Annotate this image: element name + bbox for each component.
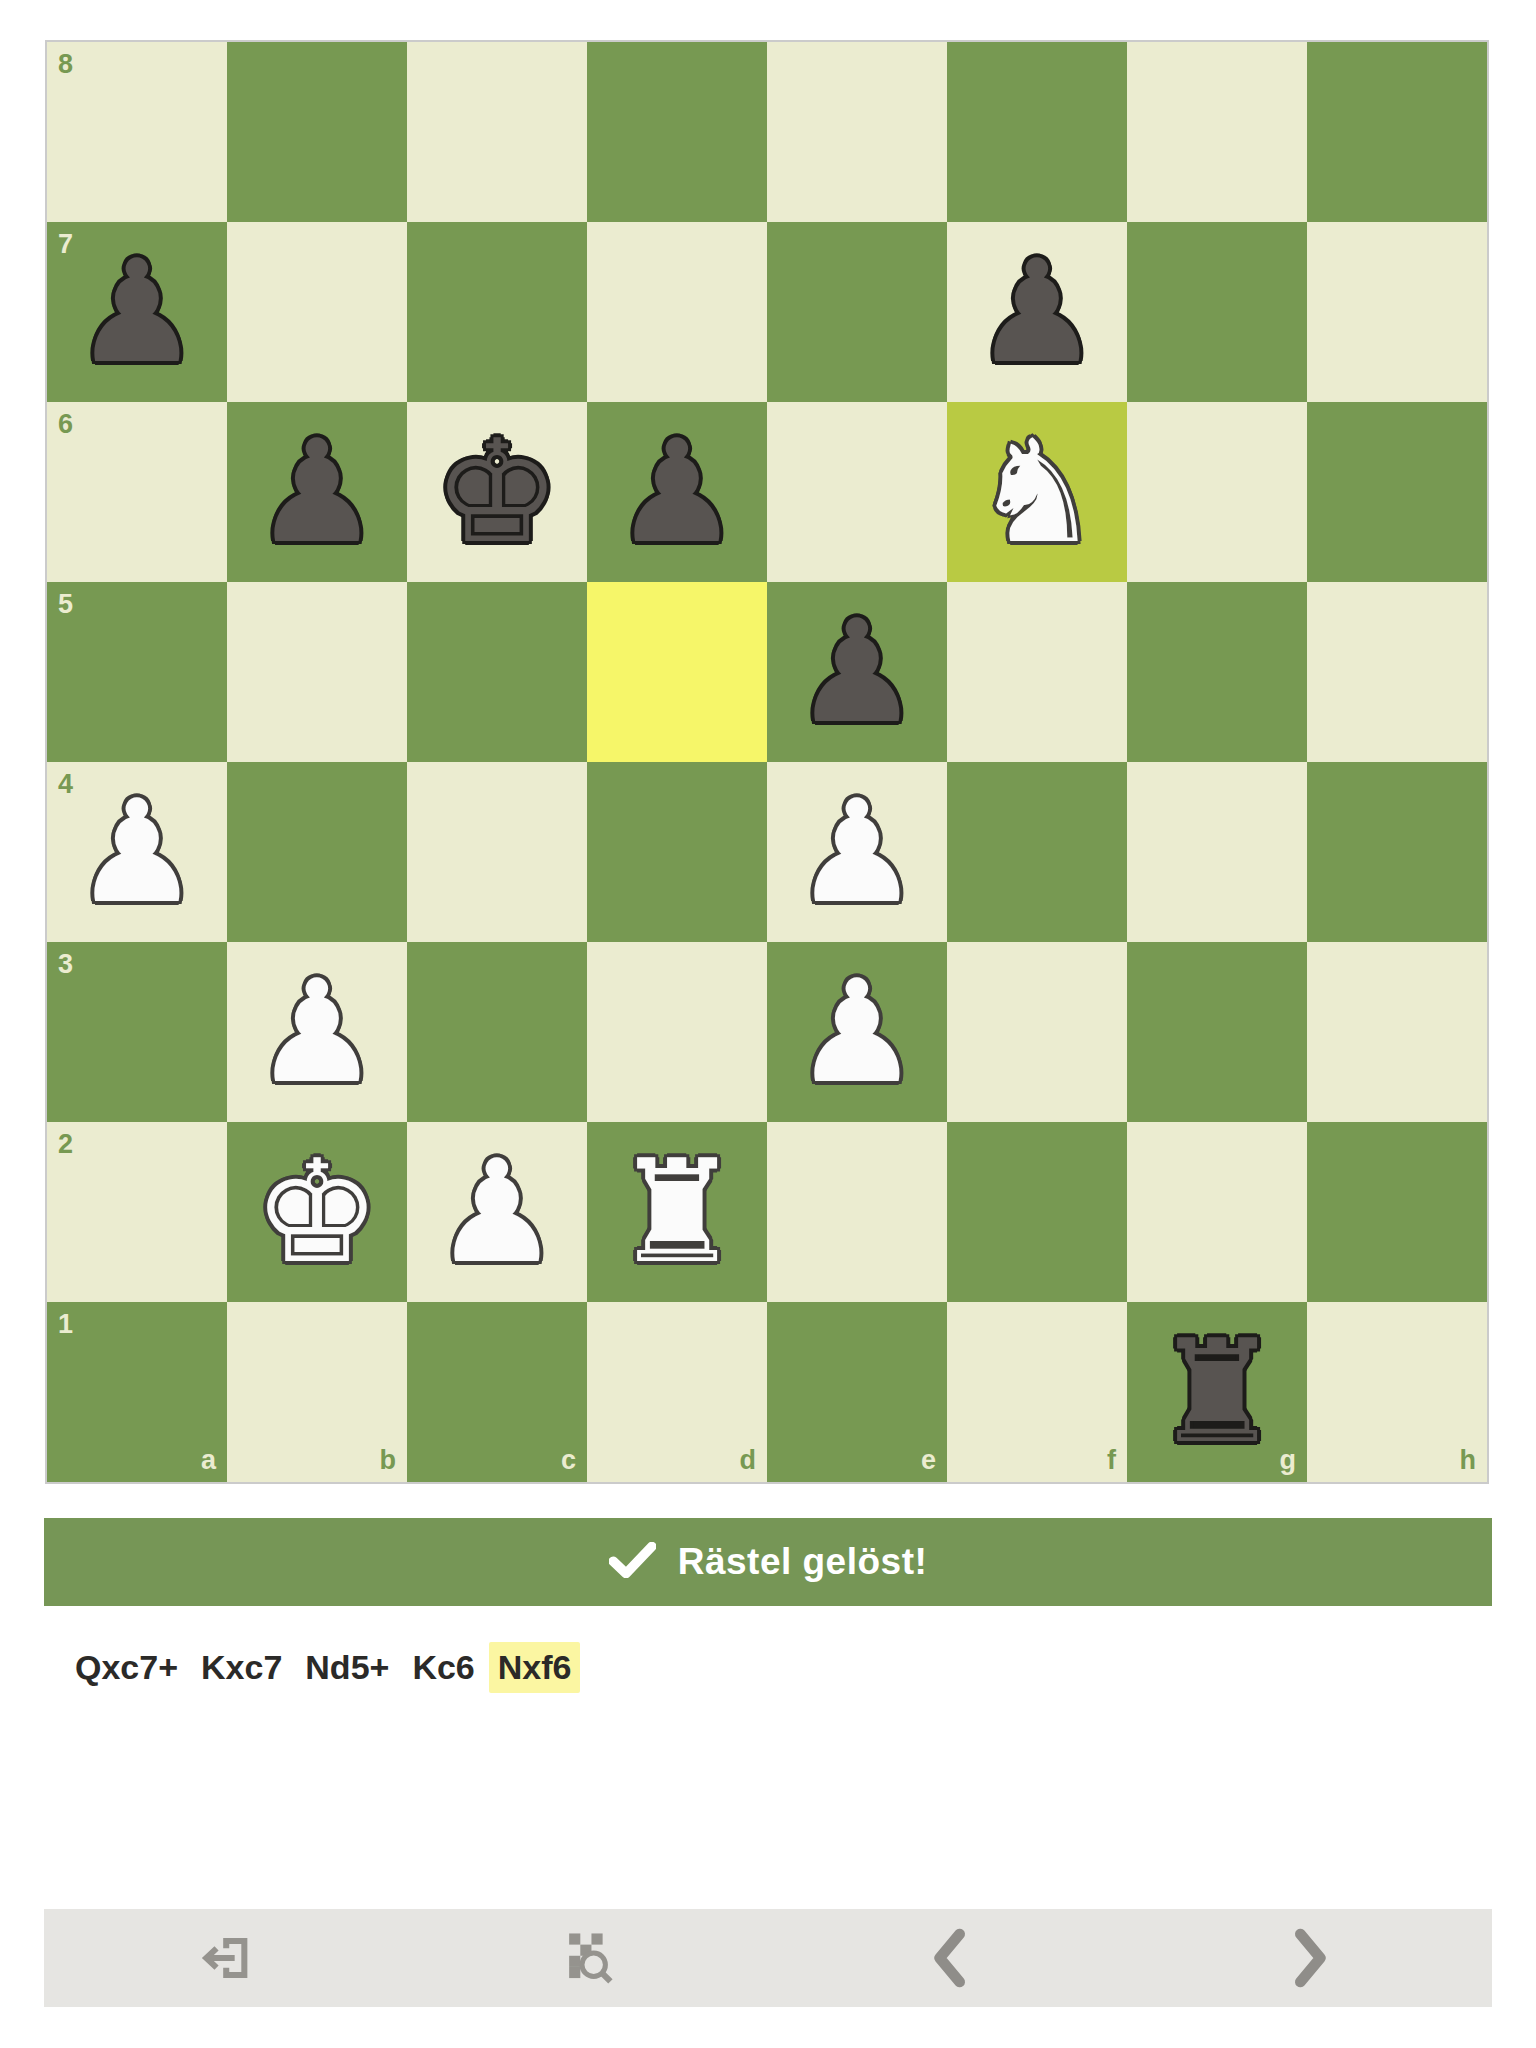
square-g2[interactable] — [1127, 1122, 1307, 1302]
square-a4[interactable]: 4♟ — [47, 762, 227, 942]
chess-board: 87♟♟6♟♚♟♞5♟4♟♟3♟♟2♚♟♜1abcdefg♜h — [45, 40, 1489, 1484]
square-h5[interactable] — [1307, 582, 1487, 762]
file-label-f: f — [1107, 1447, 1116, 1474]
square-a6[interactable]: 6 — [47, 402, 227, 582]
square-a2[interactable]: 2 — [47, 1122, 227, 1302]
square-g1[interactable]: g♜ — [1127, 1302, 1307, 1482]
move-Qxc7[interactable]: Qxc7+ — [66, 1642, 187, 1693]
square-a8[interactable]: 8 — [47, 42, 227, 222]
square-b5[interactable] — [227, 582, 407, 762]
file-label-h: h — [1460, 1447, 1477, 1474]
square-e4[interactable]: ♟ — [767, 762, 947, 942]
move-list: Qxc7+Kxc7Nd5+Kc6Nxf6 — [66, 1642, 580, 1693]
square-c7[interactable] — [407, 222, 587, 402]
next-move-button[interactable] — [1130, 1909, 1492, 2007]
square-b8[interactable] — [227, 42, 407, 222]
exit-button[interactable] — [44, 1909, 406, 2007]
file-label-a: a — [201, 1447, 216, 1474]
piece-white-king-b2[interactable]: ♚ — [227, 1122, 407, 1302]
square-d3[interactable] — [587, 942, 767, 1122]
square-b1[interactable]: b — [227, 1302, 407, 1482]
square-b7[interactable] — [227, 222, 407, 402]
square-h2[interactable] — [1307, 1122, 1487, 1302]
file-label-e: e — [921, 1447, 936, 1474]
square-a7[interactable]: 7♟ — [47, 222, 227, 402]
move-Nxf6[interactable]: Nxf6 — [489, 1642, 581, 1693]
square-h7[interactable] — [1307, 222, 1487, 402]
piece-black-pawn-f7[interactable]: ♟ — [947, 222, 1127, 402]
square-c6[interactable]: ♚ — [407, 402, 587, 582]
piece-black-pawn-b6[interactable]: ♟ — [227, 402, 407, 582]
square-d4[interactable] — [587, 762, 767, 942]
square-f5[interactable] — [947, 582, 1127, 762]
rank-label-1: 1 — [58, 1311, 73, 1338]
square-f7[interactable]: ♟ — [947, 222, 1127, 402]
banner-text: Rästel gelöst! — [678, 1541, 928, 1583]
square-g3[interactable] — [1127, 942, 1307, 1122]
check-icon — [609, 1542, 656, 1582]
rank-label-5: 5 — [58, 591, 73, 618]
previous-move-button[interactable] — [768, 1909, 1130, 2007]
move-Kc6[interactable]: Kc6 — [403, 1642, 483, 1693]
piece-white-rook-d2[interactable]: ♜ — [587, 1122, 767, 1302]
square-f4[interactable] — [947, 762, 1127, 942]
square-h8[interactable] — [1307, 42, 1487, 222]
chevron-right-icon — [1291, 1926, 1331, 1990]
square-b3[interactable]: ♟ — [227, 942, 407, 1122]
piece-black-pawn-d6[interactable]: ♟ — [587, 402, 767, 582]
bottom-toolbar — [44, 1909, 1492, 2007]
file-label-d: d — [740, 1447, 757, 1474]
rank-label-6: 6 — [58, 411, 73, 438]
square-f2[interactable] — [947, 1122, 1127, 1302]
square-g8[interactable] — [1127, 42, 1307, 222]
square-d2[interactable]: ♜ — [587, 1122, 767, 1302]
exit-icon — [196, 1931, 254, 1985]
piece-white-pawn-b3[interactable]: ♟ — [227, 942, 407, 1122]
square-h3[interactable] — [1307, 942, 1487, 1122]
piece-black-king-c6[interactable]: ♚ — [407, 402, 587, 582]
puzzle-solved-banner: Rästel gelöst! — [44, 1518, 1492, 1606]
square-h4[interactable] — [1307, 762, 1487, 942]
square-c3[interactable] — [407, 942, 587, 1122]
square-h1[interactable]: h — [1307, 1302, 1487, 1482]
file-label-c: c — [561, 1447, 576, 1474]
square-a3[interactable]: 3 — [47, 942, 227, 1122]
square-f8[interactable] — [947, 42, 1127, 222]
square-g4[interactable] — [1127, 762, 1307, 942]
square-d6[interactable]: ♟ — [587, 402, 767, 582]
move-Nd5[interactable]: Nd5+ — [296, 1642, 398, 1693]
board-grid: 87♟♟6♟♚♟♞5♟4♟♟3♟♟2♚♟♜1abcdefg♜h — [47, 42, 1487, 1482]
square-c4[interactable] — [407, 762, 587, 942]
piece-white-pawn-e4[interactable]: ♟ — [767, 762, 947, 942]
square-b4[interactable] — [227, 762, 407, 942]
square-d8[interactable] — [587, 42, 767, 222]
square-e1[interactable]: e — [767, 1302, 947, 1482]
piece-white-pawn-a4[interactable]: ♟ — [47, 762, 227, 942]
analysis-button[interactable] — [406, 1909, 768, 2007]
square-g5[interactable] — [1127, 582, 1307, 762]
piece-white-pawn-c2[interactable]: ♟ — [407, 1122, 587, 1302]
square-f1[interactable]: f — [947, 1302, 1127, 1482]
square-e7[interactable] — [767, 222, 947, 402]
square-d5[interactable] — [587, 582, 767, 762]
square-e6[interactable] — [767, 402, 947, 582]
square-c5[interactable] — [407, 582, 587, 762]
move-Kxc7[interactable]: Kxc7 — [192, 1642, 291, 1693]
piece-black-rook-g1[interactable]: ♜ — [1127, 1302, 1307, 1482]
square-f6[interactable]: ♞ — [947, 402, 1127, 582]
square-d1[interactable]: d — [587, 1302, 767, 1482]
rank-label-3: 3 — [58, 951, 73, 978]
file-label-b: b — [380, 1447, 397, 1474]
square-g7[interactable] — [1127, 222, 1307, 402]
rank-label-8: 8 — [58, 51, 73, 78]
square-a5[interactable]: 5 — [47, 582, 227, 762]
square-c1[interactable]: c — [407, 1302, 587, 1482]
square-e8[interactable] — [767, 42, 947, 222]
square-a1[interactable]: 1a — [47, 1302, 227, 1482]
piece-black-pawn-a7[interactable]: ♟ — [47, 222, 227, 402]
square-c2[interactable]: ♟ — [407, 1122, 587, 1302]
square-f3[interactable] — [947, 942, 1127, 1122]
rank-label-2: 2 — [58, 1131, 73, 1158]
piece-white-knight-f6[interactable]: ♞ — [947, 402, 1127, 582]
square-h6[interactable] — [1307, 402, 1487, 582]
square-g6[interactable] — [1127, 402, 1307, 582]
square-e2[interactable] — [767, 1122, 947, 1302]
piece-white-pawn-e3[interactable]: ♟ — [767, 942, 947, 1122]
piece-black-pawn-e5[interactable]: ♟ — [767, 582, 947, 762]
board-search-icon — [560, 1929, 614, 1987]
square-d7[interactable] — [587, 222, 767, 402]
square-b6[interactable]: ♟ — [227, 402, 407, 582]
square-b2[interactable]: ♚ — [227, 1122, 407, 1302]
square-e5[interactable]: ♟ — [767, 582, 947, 762]
square-e3[interactable]: ♟ — [767, 942, 947, 1122]
square-c8[interactable] — [407, 42, 587, 222]
chevron-left-icon — [929, 1926, 969, 1990]
